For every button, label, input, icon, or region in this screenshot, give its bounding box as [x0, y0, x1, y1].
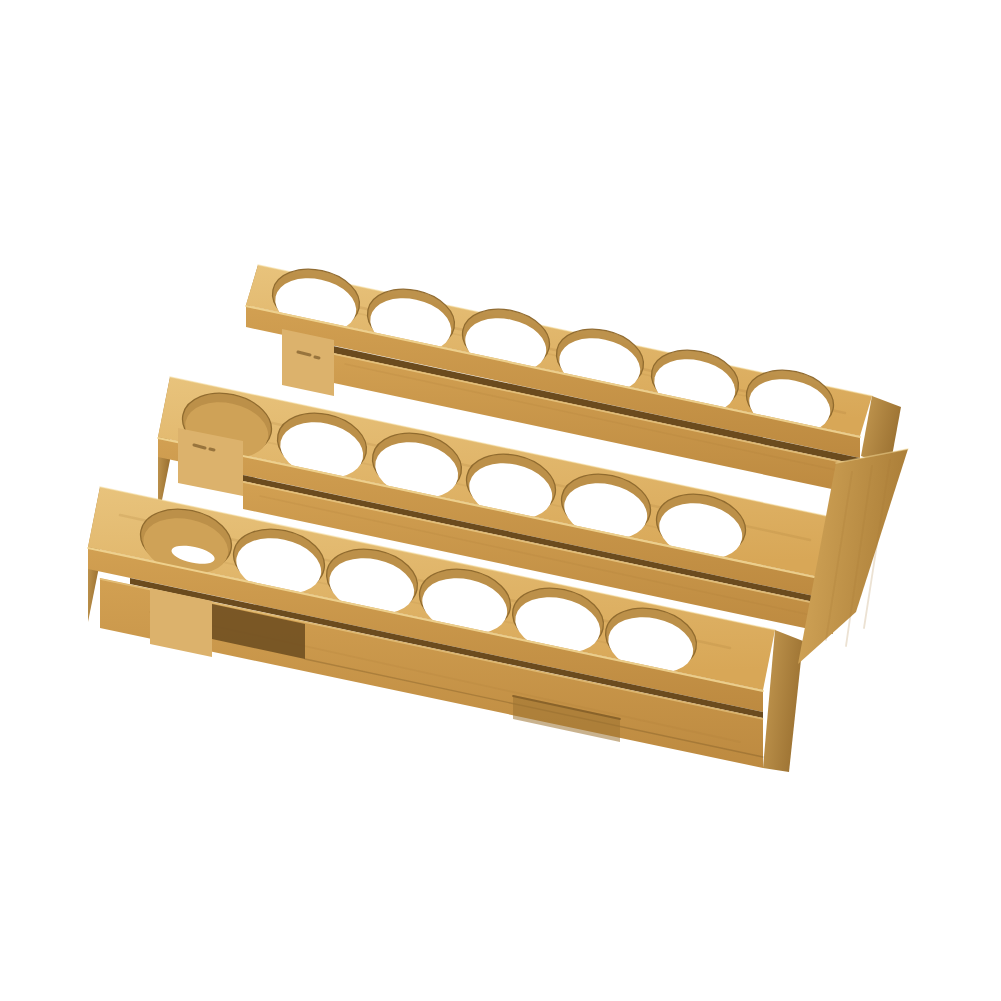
tier-top-left-support-block [282, 329, 334, 396]
product-stage [0, 0, 1001, 1001]
rack-photo-illustration [0, 0, 1001, 1001]
